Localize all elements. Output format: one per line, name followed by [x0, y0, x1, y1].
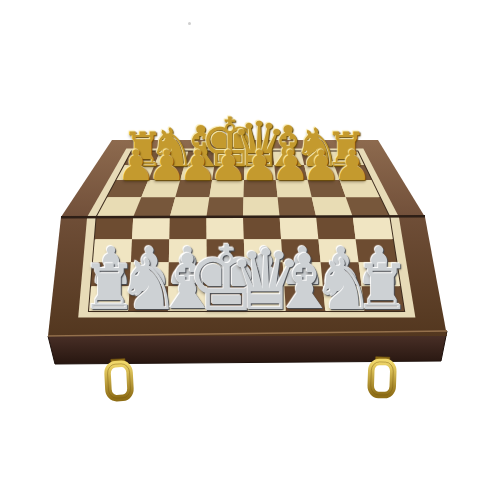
- square-d2: [207, 262, 246, 286]
- square-b7: [148, 165, 184, 180]
- chess-board: [0, 0, 500, 500]
- fold-seam: [61, 216, 425, 217]
- square-h2: [359, 262, 401, 286]
- square-a2: [91, 262, 131, 286]
- square-g7: [304, 165, 339, 180]
- square-e3: [244, 239, 283, 262]
- square-c4: [169, 217, 206, 239]
- square-f4: [280, 217, 319, 239]
- latch-left: [107, 358, 131, 398]
- square-a4: [95, 217, 133, 239]
- square-d8: [214, 152, 244, 165]
- square-d7: [212, 165, 244, 180]
- square-c6: [175, 180, 212, 197]
- square-f8: [273, 152, 304, 165]
- square-h3: [356, 239, 397, 262]
- square-e7: [244, 165, 276, 180]
- square-d1: [207, 286, 247, 311]
- square-g1: [323, 286, 365, 311]
- square-f7: [274, 165, 307, 180]
- square-c1: [168, 286, 207, 311]
- square-b3: [131, 239, 169, 262]
- square-g5: [312, 197, 353, 217]
- square-g8: [301, 152, 334, 165]
- square-f6: [276, 180, 312, 197]
- square-f2: [283, 262, 323, 286]
- square-g6: [308, 180, 346, 197]
- square-d5: [206, 197, 243, 217]
- square-b1: [128, 286, 168, 311]
- square-d6: [209, 180, 244, 197]
- square-b4: [132, 217, 170, 239]
- square-b8: [155, 152, 189, 165]
- square-e1: [246, 286, 286, 311]
- square-g2: [321, 262, 362, 286]
- square-f3: [281, 239, 321, 262]
- square-h1: [362, 286, 405, 311]
- latch-right: [370, 357, 393, 396]
- square-h4: [353, 217, 393, 239]
- square-c7: [180, 165, 214, 180]
- dust-speck: [188, 22, 191, 25]
- square-f5: [278, 197, 317, 217]
- square-a3: [93, 239, 132, 262]
- square-e2: [245, 262, 285, 286]
- square-c2: [168, 262, 207, 286]
- square-g3: [318, 239, 358, 262]
- square-c8: [185, 152, 217, 165]
- square-c5: [170, 197, 210, 217]
- square-d3: [207, 239, 245, 262]
- square-g4: [316, 217, 355, 239]
- square-c3: [169, 239, 207, 262]
- square-d4: [206, 217, 243, 239]
- square-a1: [89, 286, 130, 311]
- square-e8: [244, 152, 274, 165]
- square-e6: [244, 180, 278, 197]
- square-b2: [130, 262, 169, 286]
- square-e4: [243, 217, 281, 239]
- square-f1: [284, 286, 325, 311]
- chess-set-product-photo: ♜♞♝♚♛♝♞♜♟♟♟♟♟♟♟♟♟♟♟♟♟♟♟♟♜♞♝♚♛♝♞♜: [0, 0, 500, 500]
- square-e5: [243, 197, 280, 217]
